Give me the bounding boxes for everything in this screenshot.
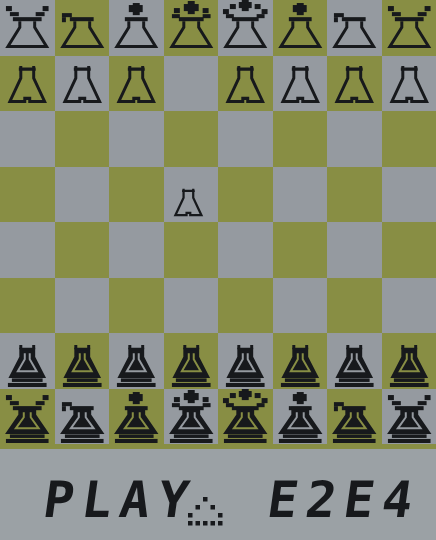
piece-black-pawn [273,333,328,389]
piece-black-rook [0,389,55,445]
square-e8[interactable] [164,389,219,445]
piece-white-queen [218,0,273,56]
square-a6[interactable] [382,278,436,334]
square-d5[interactable] [218,222,273,278]
square-f7[interactable] [109,333,164,389]
piece-black-knight [327,389,382,445]
square-g3[interactable] [55,111,110,167]
square-f6[interactable] [109,278,164,334]
square-a3[interactable] [382,111,436,167]
piece-black-pawn [327,333,382,389]
piece-black-pawn [382,333,436,389]
square-f2[interactable] [109,56,164,112]
square-a5[interactable] [382,222,436,278]
square-b1[interactable] [327,0,382,56]
status-bar: PLAY E2E4 [0,449,436,540]
square-d7[interactable] [218,333,273,389]
square-h2[interactable] [0,56,55,112]
piece-white-pawn [327,56,382,112]
square-b2[interactable] [327,56,382,112]
piece-black-bishop [109,389,164,445]
piece-black-pawn [0,333,55,389]
square-e4[interactable] [164,167,219,223]
piece-black-pawn [55,333,110,389]
chess-lcd-screen: PLAY E2E4 [0,0,436,540]
piece-white-pawn [0,56,55,112]
square-a2[interactable] [382,56,436,112]
square-c6[interactable] [273,278,328,334]
piece-black-rook [382,389,436,445]
square-h5[interactable] [0,222,55,278]
piece-black-queen [218,389,273,445]
piece-white-rook [382,0,436,56]
piece-white-pawn [164,167,219,223]
square-f1[interactable] [109,0,164,56]
square-e5[interactable] [164,222,219,278]
piece-black-pawn [164,333,219,389]
piece-black-king [164,389,219,445]
piece-white-pawn [109,56,164,112]
piece-white-pawn [218,56,273,112]
piece-white-rook [0,0,55,56]
square-b7[interactable] [327,333,382,389]
square-b3[interactable] [327,111,382,167]
square-b4[interactable] [327,167,382,223]
square-g4[interactable] [55,167,110,223]
square-g7[interactable] [55,333,110,389]
square-a4[interactable] [382,167,436,223]
chess-board [0,0,436,444]
square-h8[interactable] [0,389,55,445]
square-c2[interactable] [273,56,328,112]
square-c1[interactable] [273,0,328,56]
square-d1[interactable] [218,0,273,56]
square-a7[interactable] [382,333,436,389]
square-g6[interactable] [55,278,110,334]
square-c4[interactable] [273,167,328,223]
square-a8[interactable] [382,389,436,445]
square-h3[interactable] [0,111,55,167]
square-c7[interactable] [273,333,328,389]
piece-white-pawn [55,56,110,112]
square-c8[interactable] [273,389,328,445]
square-e6[interactable] [164,278,219,334]
square-e3[interactable] [164,111,219,167]
piece-black-knight [55,389,110,445]
white-pawn-icon [188,497,223,530]
piece-white-bishop [273,0,328,56]
square-g1[interactable] [55,0,110,56]
square-e7[interactable] [164,333,219,389]
square-c3[interactable] [273,111,328,167]
square-e1[interactable] [164,0,219,56]
square-g8[interactable] [55,389,110,445]
square-h1[interactable] [0,0,55,56]
square-h4[interactable] [0,167,55,223]
move-text: E2E4 [264,475,423,525]
piece-black-pawn [109,333,164,389]
square-f8[interactable] [109,389,164,445]
square-b5[interactable] [327,222,382,278]
square-d6[interactable] [218,278,273,334]
square-f5[interactable] [109,222,164,278]
square-c5[interactable] [273,222,328,278]
piece-white-bishop [109,0,164,56]
square-d2[interactable] [218,56,273,112]
square-a1[interactable] [382,0,436,56]
square-h6[interactable] [0,278,55,334]
square-b8[interactable] [327,389,382,445]
square-d3[interactable] [218,111,273,167]
square-f3[interactable] [109,111,164,167]
square-g2[interactable] [55,56,110,112]
square-d4[interactable] [218,167,273,223]
square-e2[interactable] [164,56,219,112]
piece-black-pawn [218,333,273,389]
square-h7[interactable] [0,333,55,389]
piece-white-pawn [382,56,436,112]
status-text: PLAY [40,475,199,525]
square-f4[interactable] [109,167,164,223]
piece-white-knight [327,0,382,56]
square-d8[interactable] [218,389,273,445]
piece-white-knight [55,0,110,56]
square-g5[interactable] [55,222,110,278]
piece-white-king [164,0,219,56]
piece-black-bishop [273,389,328,445]
square-b6[interactable] [327,278,382,334]
piece-white-pawn [273,56,328,112]
